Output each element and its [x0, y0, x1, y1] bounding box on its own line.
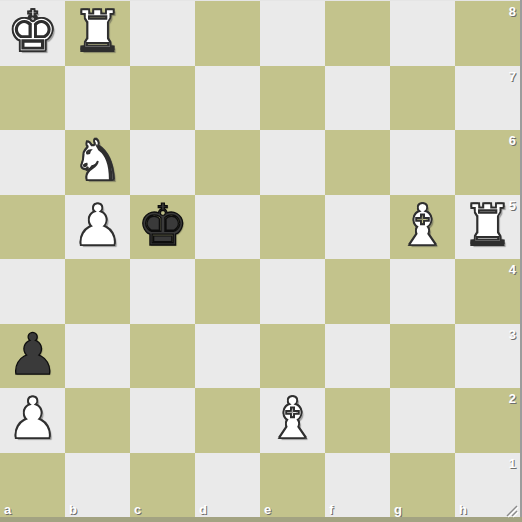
- square-d6[interactable]: [195, 130, 260, 195]
- file-label-f: f: [329, 503, 333, 516]
- square-e5[interactable]: [260, 195, 325, 260]
- square-e6[interactable]: [260, 130, 325, 195]
- piece-black-king[interactable]: ♚: [137, 197, 188, 254]
- square-c4[interactable]: [130, 259, 195, 324]
- square-h3[interactable]: 3: [455, 324, 520, 389]
- resize-handle-icon[interactable]: [504, 503, 519, 518]
- piece-white-bishop[interactable]: ♝: [267, 390, 318, 447]
- square-g4[interactable]: [390, 259, 455, 324]
- square-f8[interactable]: [325, 1, 390, 66]
- square-e8[interactable]: [260, 1, 325, 66]
- square-h4[interactable]: 4: [455, 259, 520, 324]
- rank-label-4: 4: [509, 263, 516, 276]
- square-b7[interactable]: [65, 66, 130, 131]
- square-g3[interactable]: [390, 324, 455, 389]
- board-bottom-edge: [0, 517, 522, 522]
- square-f7[interactable]: [325, 66, 390, 131]
- square-d7[interactable]: [195, 66, 260, 131]
- square-b2[interactable]: [65, 388, 130, 453]
- square-e7[interactable]: [260, 66, 325, 131]
- square-d2[interactable]: [195, 388, 260, 453]
- square-b1[interactable]: b: [65, 453, 130, 518]
- piece-white-pawn[interactable]: ♟: [72, 197, 123, 254]
- piece-white-bishop[interactable]: ♝: [397, 197, 448, 254]
- square-a3[interactable]: ♟: [0, 324, 65, 389]
- file-label-e: e: [264, 503, 271, 516]
- rank-label-7: 7: [509, 70, 516, 83]
- square-e4[interactable]: [260, 259, 325, 324]
- square-g7[interactable]: [390, 66, 455, 131]
- square-a1[interactable]: a: [0, 453, 65, 518]
- square-b4[interactable]: [65, 259, 130, 324]
- square-d1[interactable]: d: [195, 453, 260, 518]
- square-g2[interactable]: [390, 388, 455, 453]
- square-b5[interactable]: ♟: [65, 195, 130, 260]
- square-h2[interactable]: 2: [455, 388, 520, 453]
- square-d5[interactable]: [195, 195, 260, 260]
- square-g6[interactable]: [390, 130, 455, 195]
- square-a5[interactable]: [0, 195, 65, 260]
- square-f5[interactable]: [325, 195, 390, 260]
- square-a4[interactable]: [0, 259, 65, 324]
- square-h8[interactable]: 8: [455, 1, 520, 66]
- rank-label-3: 3: [509, 328, 516, 341]
- square-c7[interactable]: [130, 66, 195, 131]
- square-a8[interactable]: ♚: [0, 1, 65, 66]
- square-h6[interactable]: 6: [455, 130, 520, 195]
- file-label-h: h: [459, 503, 467, 516]
- square-h5[interactable]: ♜5: [455, 195, 520, 260]
- piece-white-rook[interactable]: ♜: [72, 3, 123, 60]
- square-c5[interactable]: ♚: [130, 195, 195, 260]
- rank-label-2: 2: [509, 392, 516, 405]
- square-e2[interactable]: ♝: [260, 388, 325, 453]
- square-f2[interactable]: [325, 388, 390, 453]
- rank-label-5: 5: [509, 199, 516, 212]
- piece-white-knight[interactable]: ♞: [72, 132, 123, 189]
- square-c8[interactable]: [130, 1, 195, 66]
- rank-label-6: 6: [509, 134, 516, 147]
- square-g8[interactable]: [390, 1, 455, 66]
- square-d8[interactable]: [195, 1, 260, 66]
- file-label-c: c: [134, 503, 141, 516]
- square-c1[interactable]: c: [130, 453, 195, 518]
- square-a6[interactable]: [0, 130, 65, 195]
- file-label-b: b: [69, 503, 77, 516]
- square-f6[interactable]: [325, 130, 390, 195]
- square-a2[interactable]: ♟: [0, 388, 65, 453]
- file-label-a: a: [4, 503, 11, 516]
- square-e1[interactable]: e: [260, 453, 325, 518]
- file-label-g: g: [394, 503, 402, 516]
- square-b8[interactable]: ♜: [65, 1, 130, 66]
- square-d4[interactable]: [195, 259, 260, 324]
- square-e3[interactable]: [260, 324, 325, 389]
- square-c6[interactable]: [130, 130, 195, 195]
- square-c2[interactable]: [130, 388, 195, 453]
- square-h7[interactable]: 7: [455, 66, 520, 131]
- rank-label-1: 1: [509, 457, 516, 470]
- square-b3[interactable]: [65, 324, 130, 389]
- piece-white-king[interactable]: ♚: [7, 3, 58, 60]
- square-b6[interactable]: ♞: [65, 130, 130, 195]
- piece-white-pawn[interactable]: ♟: [7, 390, 58, 447]
- square-c3[interactable]: [130, 324, 195, 389]
- square-f1[interactable]: f: [325, 453, 390, 518]
- piece-white-rook[interactable]: ♜: [462, 197, 513, 254]
- rank-label-8: 8: [509, 5, 516, 18]
- file-label-d: d: [199, 503, 207, 516]
- square-a7[interactable]: [0, 66, 65, 131]
- chess-board-widget: ♚♜87♞6♟♚♝♜54♟3♟♝2abcdefgh1: [0, 0, 522, 522]
- square-g5[interactable]: ♝: [390, 195, 455, 260]
- piece-black-pawn[interactable]: ♟: [7, 326, 58, 383]
- chess-board: ♚♜87♞6♟♚♝♜54♟3♟♝2abcdefgh1: [0, 1, 520, 517]
- square-g1[interactable]: g: [390, 453, 455, 518]
- square-f4[interactable]: [325, 259, 390, 324]
- square-f3[interactable]: [325, 324, 390, 389]
- square-d3[interactable]: [195, 324, 260, 389]
